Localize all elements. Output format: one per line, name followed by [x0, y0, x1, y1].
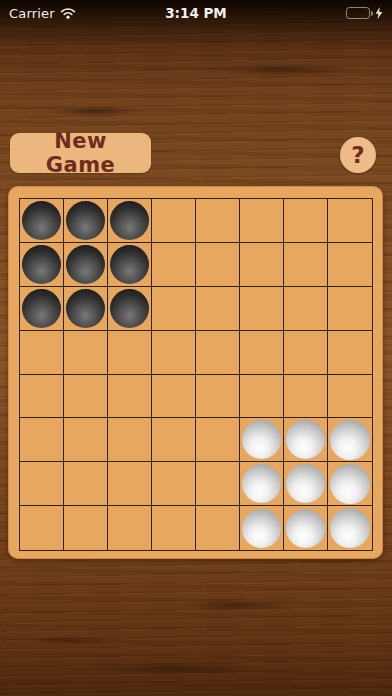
- black-stone[interactable]: [66, 245, 105, 284]
- board-cell[interactable]: [196, 331, 240, 375]
- battery-icon: [346, 7, 370, 19]
- board-cell[interactable]: [328, 375, 372, 419]
- battery-tip: [371, 11, 373, 16]
- board-cell[interactable]: [152, 462, 196, 506]
- wifi-icon: [60, 7, 76, 19]
- board-cell[interactable]: [152, 375, 196, 419]
- carrier-label: Carrier: [9, 6, 55, 21]
- status-bar-left: Carrier: [9, 6, 76, 21]
- board-cell[interactable]: [64, 462, 108, 506]
- board-grid: [19, 198, 373, 551]
- board-cell[interactable]: [64, 243, 108, 287]
- board-cell[interactable]: [240, 199, 284, 243]
- board-cell[interactable]: [240, 287, 284, 331]
- board-cell[interactable]: [328, 506, 372, 550]
- status-bar: Carrier 3:14 PM: [0, 0, 392, 26]
- board-cell[interactable]: [240, 418, 284, 462]
- board-cell[interactable]: [328, 287, 372, 331]
- status-bar-right: [346, 7, 383, 19]
- board-cell[interactable]: [284, 287, 328, 331]
- board-cell[interactable]: [152, 418, 196, 462]
- board-cell[interactable]: [20, 506, 64, 550]
- board-cell[interactable]: [108, 331, 152, 375]
- board-cell[interactable]: [196, 462, 240, 506]
- board-cell[interactable]: [20, 287, 64, 331]
- board-cell[interactable]: [108, 243, 152, 287]
- board-cell[interactable]: [284, 506, 328, 550]
- board-cell[interactable]: [108, 199, 152, 243]
- board-cell[interactable]: [328, 418, 372, 462]
- board-cell[interactable]: [64, 418, 108, 462]
- board-cell[interactable]: [64, 375, 108, 419]
- board-cell[interactable]: [284, 418, 328, 462]
- board-cell[interactable]: [108, 418, 152, 462]
- board-cell[interactable]: [64, 506, 108, 550]
- board-cell[interactable]: [284, 331, 328, 375]
- board-cell[interactable]: [20, 462, 64, 506]
- board-cell[interactable]: [152, 287, 196, 331]
- board-cell[interactable]: [328, 331, 372, 375]
- black-stone[interactable]: [22, 201, 61, 240]
- charging-bolt-icon: [375, 7, 383, 19]
- white-stone[interactable]: [286, 464, 325, 503]
- game-board: [8, 186, 383, 559]
- board-cell[interactable]: [20, 331, 64, 375]
- board-cell[interactable]: [240, 375, 284, 419]
- black-stone[interactable]: [110, 245, 149, 284]
- black-stone[interactable]: [22, 245, 61, 284]
- board-cell[interactable]: [152, 506, 196, 550]
- board-cell[interactable]: [108, 375, 152, 419]
- board-cell[interactable]: [108, 462, 152, 506]
- board-cell[interactable]: [240, 462, 284, 506]
- white-stone[interactable]: [330, 420, 370, 460]
- white-stone[interactable]: [286, 420, 325, 459]
- black-stone[interactable]: [110, 289, 149, 328]
- board-cell[interactable]: [284, 243, 328, 287]
- board-cell[interactable]: [196, 243, 240, 287]
- board-cell[interactable]: [152, 243, 196, 287]
- board-cell[interactable]: [64, 331, 108, 375]
- white-stone[interactable]: [242, 509, 281, 548]
- white-stone[interactable]: [330, 508, 370, 548]
- board-cell[interactable]: [108, 287, 152, 331]
- board-cell[interactable]: [284, 199, 328, 243]
- board-cell[interactable]: [284, 462, 328, 506]
- board-cell[interactable]: [20, 375, 64, 419]
- board-cell[interactable]: [20, 199, 64, 243]
- board-cell[interactable]: [240, 331, 284, 375]
- board-cell[interactable]: [152, 331, 196, 375]
- white-stone[interactable]: [242, 420, 281, 459]
- board-cell[interactable]: [152, 199, 196, 243]
- board-cell[interactable]: [328, 462, 372, 506]
- white-stone[interactable]: [286, 509, 325, 548]
- board-cell[interactable]: [196, 199, 240, 243]
- board-cell[interactable]: [328, 243, 372, 287]
- app-screen: Carrier 3:14 PM New Game ?: [0, 0, 392, 696]
- white-stone[interactable]: [242, 464, 281, 503]
- board-cell[interactable]: [20, 418, 64, 462]
- board-cell[interactable]: [196, 506, 240, 550]
- help-button[interactable]: ?: [340, 137, 376, 173]
- black-stone[interactable]: [66, 201, 105, 240]
- board-cell[interactable]: [196, 287, 240, 331]
- white-stone[interactable]: [330, 464, 370, 504]
- board-cell[interactable]: [196, 375, 240, 419]
- black-stone[interactable]: [22, 289, 61, 328]
- new-game-button[interactable]: New Game: [10, 133, 151, 173]
- board-cell[interactable]: [20, 243, 64, 287]
- board-cell[interactable]: [240, 243, 284, 287]
- board-cell[interactable]: [64, 287, 108, 331]
- black-stone[interactable]: [66, 289, 105, 328]
- board-cell[interactable]: [284, 375, 328, 419]
- board-cell[interactable]: [196, 418, 240, 462]
- clock: 3:14 PM: [165, 0, 227, 26]
- board-cell[interactable]: [328, 199, 372, 243]
- board-cell[interactable]: [64, 199, 108, 243]
- board-cell[interactable]: [108, 506, 152, 550]
- board-cell[interactable]: [240, 506, 284, 550]
- black-stone[interactable]: [110, 201, 149, 240]
